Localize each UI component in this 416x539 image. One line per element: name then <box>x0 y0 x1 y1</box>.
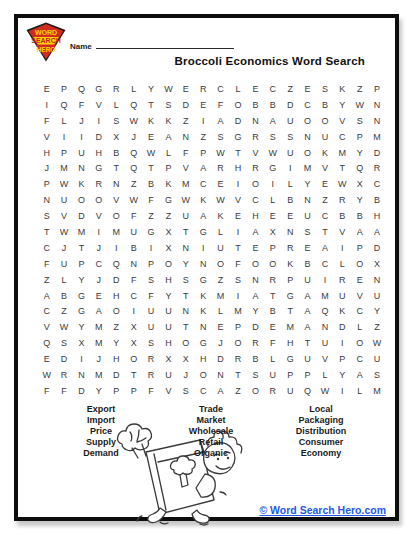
grid-cell-r2c13[interactable]: B <box>247 97 264 113</box>
grid-cell-r12c19[interactable]: O <box>351 256 368 272</box>
grid-cell-r3c15[interactable]: U <box>281 113 298 129</box>
grid-cell-r20c12[interactable]: Z <box>229 383 246 399</box>
grid-cell-r6c2[interactable]: M <box>55 160 72 176</box>
grid-cell-r5c19[interactable]: Y <box>351 145 368 161</box>
grid-cell-r4c1[interactable]: V <box>38 129 55 145</box>
grid-cell-r3c1[interactable]: F <box>38 113 55 129</box>
grid-cell-r12c2[interactable]: U <box>55 256 72 272</box>
grid-cell-r13c10[interactable]: G <box>195 272 212 288</box>
grid-cell-r19c3[interactable]: N <box>73 367 90 383</box>
grid-cell-r8c16[interactable]: N <box>299 192 316 208</box>
grid-cell-r12c7[interactable]: P <box>142 256 159 272</box>
grid-cell-r8c11[interactable]: W <box>212 192 229 208</box>
grid-cell-r16c5[interactable]: Z <box>108 319 125 335</box>
grid-cell-r1c14[interactable]: C <box>264 81 281 97</box>
grid-cell-r4c17[interactable]: U <box>316 129 333 145</box>
grid-cell-r7c2[interactable]: W <box>55 176 72 192</box>
grid-cell-r20c14[interactable]: R <box>264 383 281 399</box>
grid-cell-r17c10[interactable]: G <box>195 335 212 351</box>
grid-cell-r16c20[interactable]: Z <box>368 319 385 335</box>
grid-cell-r8c14[interactable]: L <box>264 192 281 208</box>
grid-cell-r14c10[interactable]: K <box>195 288 212 304</box>
grid-cell-r20c6[interactable]: P <box>125 383 142 399</box>
grid-cell-r10c12[interactable]: I <box>229 224 246 240</box>
grid-cell-r6c17[interactable]: V <box>316 160 333 176</box>
grid-cell-r18c4[interactable]: J <box>90 351 107 367</box>
grid-cell-r13c12[interactable]: S <box>229 272 246 288</box>
grid-cell-r20c13[interactable]: O <box>247 383 264 399</box>
grid-cell-r10c7[interactable]: G <box>142 224 159 240</box>
grid-cell-r12c10[interactable]: N <box>195 256 212 272</box>
grid-cell-r18c16[interactable]: U <box>299 351 316 367</box>
grid-cell-r17c19[interactable]: O <box>351 335 368 351</box>
grid-cell-r6c16[interactable]: M <box>299 160 316 176</box>
grid-cell-r10c20[interactable]: A <box>368 224 385 240</box>
grid-cell-r5c18[interactable]: M <box>334 145 351 161</box>
grid-cell-r13c15[interactable]: P <box>281 272 298 288</box>
grid-cell-r7c12[interactable]: I <box>229 176 246 192</box>
grid-cell-r7c19[interactable]: X <box>351 176 368 192</box>
grid-cell-r12c12[interactable]: F <box>229 256 246 272</box>
grid-cell-r19c2[interactable]: R <box>55 367 72 383</box>
grid-cell-r14c6[interactable]: C <box>125 288 142 304</box>
grid-cell-r3c13[interactable]: N <box>247 113 264 129</box>
grid-cell-r4c7[interactable]: E <box>142 129 159 145</box>
grid-cell-r6c13[interactable]: R <box>247 160 264 176</box>
grid-cell-r4c18[interactable]: C <box>334 129 351 145</box>
grid-cell-r6c11[interactable]: R <box>212 160 229 176</box>
grid-cell-r16c4[interactable]: M <box>90 319 107 335</box>
grid-cell-r4c6[interactable]: J <box>125 129 142 145</box>
grid-cell-r14c5[interactable]: H <box>108 288 125 304</box>
grid-cell-r5c20[interactable]: D <box>368 145 385 161</box>
grid-cell-r17c16[interactable]: T <box>299 335 316 351</box>
grid-cell-r13c19[interactable]: E <box>351 272 368 288</box>
grid-cell-r7c18[interactable]: W <box>334 176 351 192</box>
grid-cell-r5c8[interactable]: L <box>160 145 177 161</box>
grid-cell-r11c10[interactable]: I <box>195 240 212 256</box>
grid-cell-r13c2[interactable]: L <box>55 272 72 288</box>
grid-cell-r9c7[interactable]: Z <box>142 208 159 224</box>
grid-cell-r13c14[interactable]: R <box>264 272 281 288</box>
grid-cell-r1c15[interactable]: Z <box>281 81 298 97</box>
grid-cell-r14c4[interactable]: E <box>90 288 107 304</box>
grid-cell-r17c3[interactable]: X <box>73 335 90 351</box>
grid-cell-r1c20[interactable]: P <box>368 81 385 97</box>
grid-cell-r20c18[interactable]: I <box>334 383 351 399</box>
grid-cell-r11c11[interactable]: U <box>212 240 229 256</box>
grid-cell-r2c14[interactable]: B <box>264 97 281 113</box>
grid-cell-r12c1[interactable]: F <box>38 256 55 272</box>
grid-cell-r2c18[interactable]: Y <box>334 97 351 113</box>
grid-cell-r6c6[interactable]: Q <box>125 160 142 176</box>
grid-cell-r5c6[interactable]: Q <box>125 145 142 161</box>
grid-cell-r1c4[interactable]: G <box>90 81 107 97</box>
grid-cell-r2c16[interactable]: C <box>299 97 316 113</box>
grid-cell-r10c10[interactable]: G <box>195 224 212 240</box>
grid-cell-r11c1[interactable]: C <box>38 240 55 256</box>
grid-cell-r18c15[interactable]: G <box>281 351 298 367</box>
grid-cell-r6c8[interactable]: P <box>160 160 177 176</box>
grid-cell-r16c3[interactable]: Y <box>73 319 90 335</box>
grid-cell-r16c1[interactable]: V <box>38 319 55 335</box>
grid-cell-r9c16[interactable]: U <box>299 208 316 224</box>
grid-cell-r4c11[interactable]: S <box>212 129 229 145</box>
grid-cell-r16c2[interactable]: W <box>55 319 72 335</box>
grid-cell-r15c20[interactable]: Y <box>368 303 385 319</box>
grid-cell-r9c1[interactable]: S <box>38 208 55 224</box>
grid-cell-r20c1[interactable]: F <box>38 383 55 399</box>
grid-cell-r10c19[interactable]: A <box>351 224 368 240</box>
grid-cell-r17c2[interactable]: S <box>55 335 72 351</box>
grid-cell-r9c19[interactable]: B <box>351 208 368 224</box>
grid-cell-r6c10[interactable]: A <box>195 160 212 176</box>
grid-cell-r3c6[interactable]: W <box>125 113 142 129</box>
grid-cell-r10c5[interactable]: M <box>108 224 125 240</box>
grid-cell-r9c11[interactable]: K <box>212 208 229 224</box>
grid-cell-r15c13[interactable]: Y <box>247 303 264 319</box>
grid-cell-r10c18[interactable]: V <box>334 224 351 240</box>
grid-cell-r19c18[interactable]: Y <box>334 367 351 383</box>
grid-cell-r11c16[interactable]: E <box>299 240 316 256</box>
grid-cell-r1c19[interactable]: Z <box>351 81 368 97</box>
grid-cell-r9c8[interactable]: Z <box>160 208 177 224</box>
grid-cell-r11c15[interactable]: R <box>281 240 298 256</box>
grid-cell-r11c4[interactable]: J <box>90 240 107 256</box>
grid-cell-r1c12[interactable]: L <box>229 81 246 97</box>
grid-cell-r20c16[interactable]: Q <box>299 383 316 399</box>
grid-cell-r2c9[interactable]: D <box>177 97 194 113</box>
grid-cell-r1c5[interactable]: R <box>108 81 125 97</box>
grid-cell-r14c18[interactable]: U <box>334 288 351 304</box>
grid-cell-r5c12[interactable]: T <box>229 145 246 161</box>
grid-cell-r15c5[interactable]: O <box>108 303 125 319</box>
grid-cell-r19c19[interactable]: A <box>351 367 368 383</box>
grid-cell-r15c2[interactable]: Z <box>55 303 72 319</box>
grid-cell-r1c6[interactable]: L <box>125 81 142 97</box>
grid-cell-r8c19[interactable]: Y <box>351 192 368 208</box>
grid-cell-r5c7[interactable]: W <box>142 145 159 161</box>
grid-cell-r1c1[interactable]: E <box>38 81 55 97</box>
grid-cell-r7c10[interactable]: C <box>195 176 212 192</box>
grid-cell-r17c1[interactable]: Q <box>38 335 55 351</box>
grid-cell-r9c5[interactable]: O <box>108 208 125 224</box>
grid-cell-r19c17[interactable]: L <box>316 367 333 383</box>
grid-cell-r5c11[interactable]: W <box>212 145 229 161</box>
grid-cell-r11c20[interactable]: D <box>368 240 385 256</box>
grid-cell-r18c9[interactable]: X <box>177 351 194 367</box>
grid-cell-r16c6[interactable]: X <box>125 319 142 335</box>
grid-cell-r5c4[interactable]: H <box>90 145 107 161</box>
grid-cell-r12c16[interactable]: B <box>299 256 316 272</box>
grid-cell-r16c9[interactable]: T <box>177 319 194 335</box>
grid-cell-r8c1[interactable]: N <box>38 192 55 208</box>
grid-cell-r15c17[interactable]: Q <box>316 303 333 319</box>
grid-cell-r8c9[interactable]: W <box>177 192 194 208</box>
grid-cell-r15c19[interactable]: C <box>351 303 368 319</box>
grid-cell-r10c9[interactable]: T <box>177 224 194 240</box>
grid-cell-r3c20[interactable]: N <box>368 113 385 129</box>
grid-cell-r6c18[interactable]: T <box>334 160 351 176</box>
grid-cell-r18c12[interactable]: R <box>229 351 246 367</box>
grid-cell-r4c9[interactable]: N <box>177 129 194 145</box>
grid-cell-r2c1[interactable]: I <box>38 97 55 113</box>
grid-cell-r7c8[interactable]: K <box>160 176 177 192</box>
grid-cell-r18c20[interactable]: U <box>368 351 385 367</box>
grid-cell-r19c8[interactable]: U <box>160 367 177 383</box>
grid-cell-r4c16[interactable]: N <box>299 129 316 145</box>
grid-cell-r6c7[interactable]: T <box>142 160 159 176</box>
grid-cell-r5c13[interactable]: V <box>247 145 264 161</box>
grid-cell-r4c5[interactable]: X <box>108 129 125 145</box>
grid-cell-r5c1[interactable]: H <box>38 145 55 161</box>
grid-cell-r20c5[interactable]: P <box>108 383 125 399</box>
grid-cell-r9c10[interactable]: A <box>195 208 212 224</box>
grid-cell-r16c10[interactable]: N <box>195 319 212 335</box>
grid-cell-r15c7[interactable]: U <box>142 303 159 319</box>
grid-cell-r12c17[interactable]: C <box>316 256 333 272</box>
grid-cell-r10c3[interactable]: M <box>73 224 90 240</box>
grid-cell-r12c3[interactable]: P <box>73 256 90 272</box>
grid-cell-r11c13[interactable]: E <box>247 240 264 256</box>
grid-cell-r17c17[interactable]: U <box>316 335 333 351</box>
grid-cell-r10c13[interactable]: A <box>247 224 264 240</box>
grid-cell-r2c12[interactable]: O <box>229 97 246 113</box>
grid-cell-r10c2[interactable]: W <box>55 224 72 240</box>
grid-cell-r15c18[interactable]: K <box>334 303 351 319</box>
grid-cell-r19c10[interactable]: O <box>195 367 212 383</box>
grid-cell-r12c9[interactable]: Y <box>177 256 194 272</box>
grid-cell-r15c6[interactable]: I <box>125 303 142 319</box>
grid-cell-r14c14[interactable]: T <box>264 288 281 304</box>
grid-cell-r19c16[interactable]: P <box>299 367 316 383</box>
grid-cell-r13c1[interactable]: Z <box>38 272 55 288</box>
grid-cell-r10c15[interactable]: N <box>281 224 298 240</box>
grid-cell-r11c12[interactable]: T <box>229 240 246 256</box>
grid-cell-r15c3[interactable]: G <box>73 303 90 319</box>
grid-cell-r19c12[interactable]: T <box>229 367 246 383</box>
grid-cell-r20c15[interactable]: U <box>281 383 298 399</box>
grid-cell-r12c8[interactable]: O <box>160 256 177 272</box>
grid-cell-r14c12[interactable]: I <box>229 288 246 304</box>
grid-cell-r7c16[interactable]: Y <box>299 176 316 192</box>
grid-cell-r20c9[interactable]: S <box>177 383 194 399</box>
grid-cell-r17c8[interactable]: H <box>160 335 177 351</box>
grid-cell-r8c4[interactable]: O <box>90 192 107 208</box>
grid-cell-r2c8[interactable]: S <box>160 97 177 113</box>
grid-cell-r8c7[interactable]: F <box>142 192 159 208</box>
grid-cell-r14c8[interactable]: Y <box>160 288 177 304</box>
grid-cell-r6c15[interactable]: I <box>281 160 298 176</box>
grid-cell-r2c15[interactable]: D <box>281 97 298 113</box>
grid-cell-r2c19[interactable]: W <box>351 97 368 113</box>
grid-cell-r1c16[interactable]: E <box>299 81 316 97</box>
grid-cell-r15c16[interactable]: A <box>299 303 316 319</box>
grid-cell-r2c6[interactable]: Q <box>125 97 142 113</box>
grid-cell-r18c13[interactable]: B <box>247 351 264 367</box>
grid-cell-r16c14[interactable]: E <box>264 319 281 335</box>
name-input-line[interactable] <box>96 40 234 49</box>
grid-cell-r9c3[interactable]: D <box>73 208 90 224</box>
grid-cell-r12c18[interactable]: L <box>334 256 351 272</box>
grid-cell-r2c2[interactable]: Q <box>55 97 72 113</box>
grid-cell-r17c12[interactable]: O <box>229 335 246 351</box>
grid-cell-r10c4[interactable]: I <box>90 224 107 240</box>
grid-cell-r20c17[interactable]: W <box>316 383 333 399</box>
grid-cell-r2c5[interactable]: L <box>108 97 125 113</box>
grid-cell-r19c20[interactable]: S <box>368 367 385 383</box>
grid-cell-r4c19[interactable]: P <box>351 129 368 145</box>
grid-cell-r2c11[interactable]: F <box>212 97 229 113</box>
grid-cell-r1c2[interactable]: P <box>55 81 72 97</box>
grid-cell-r2c3[interactable]: F <box>73 97 90 113</box>
grid-cell-r11c9[interactable]: N <box>177 240 194 256</box>
grid-cell-r15c15[interactable]: T <box>281 303 298 319</box>
grid-cell-r3c2[interactable]: L <box>55 113 72 129</box>
grid-cell-r6c1[interactable]: J <box>38 160 55 176</box>
grid-cell-r4c10[interactable]: Z <box>195 129 212 145</box>
grid-cell-r7c3[interactable]: K <box>73 176 90 192</box>
grid-cell-r9c20[interactable]: H <box>368 208 385 224</box>
grid-cell-r2c17[interactable]: B <box>316 97 333 113</box>
grid-cell-r20c7[interactable]: F <box>142 383 159 399</box>
grid-cell-r17c4[interactable]: M <box>90 335 107 351</box>
grid-cell-r19c5[interactable]: D <box>108 367 125 383</box>
grid-cell-r13c6[interactable]: F <box>125 272 142 288</box>
grid-cell-r14c13[interactable]: A <box>247 288 264 304</box>
grid-cell-r13c11[interactable]: Z <box>212 272 229 288</box>
grid-cell-r12c4[interactable]: C <box>90 256 107 272</box>
grid-cell-r13c16[interactable]: U <box>299 272 316 288</box>
grid-cell-r20c19[interactable]: L <box>351 383 368 399</box>
grid-cell-r7c6[interactable]: Z <box>125 176 142 192</box>
grid-cell-r3c11[interactable]: A <box>212 113 229 129</box>
grid-cell-r8c13[interactable]: C <box>247 192 264 208</box>
grid-cell-r12c15[interactable]: K <box>281 256 298 272</box>
grid-cell-r19c13[interactable]: S <box>247 367 264 383</box>
grid-cell-r11c5[interactable]: I <box>108 240 125 256</box>
grid-cell-r18c1[interactable]: E <box>38 351 55 367</box>
grid-cell-r1c17[interactable]: S <box>316 81 333 97</box>
grid-cell-r3c18[interactable]: V <box>334 113 351 129</box>
grid-cell-r7c5[interactable]: N <box>108 176 125 192</box>
grid-cell-r3c16[interactable]: O <box>299 113 316 129</box>
grid-cell-r17c5[interactable]: Y <box>108 335 125 351</box>
grid-cell-r3c14[interactable]: A <box>264 113 281 129</box>
grid-cell-r3c10[interactable]: I <box>195 113 212 129</box>
grid-cell-r4c12[interactable]: G <box>229 129 246 145</box>
grid-cell-r1c3[interactable]: Q <box>73 81 90 97</box>
grid-cell-r15c1[interactable]: C <box>38 303 55 319</box>
grid-cell-r18c18[interactable]: P <box>334 351 351 367</box>
grid-cell-r20c4[interactable]: Y <box>90 383 107 399</box>
grid-cell-r17c6[interactable]: X <box>125 335 142 351</box>
grid-cell-r14c19[interactable]: V <box>351 288 368 304</box>
grid-cell-r8c10[interactable]: K <box>195 192 212 208</box>
grid-cell-r4c14[interactable]: S <box>264 129 281 145</box>
grid-cell-r13c7[interactable]: S <box>142 272 159 288</box>
grid-cell-r19c9[interactable]: J <box>177 367 194 383</box>
grid-cell-r8c15[interactable]: B <box>281 192 298 208</box>
grid-cell-r5c9[interactable]: F <box>177 145 194 161</box>
grid-cell-r14c1[interactable]: A <box>38 288 55 304</box>
grid-cell-r7c7[interactable]: B <box>142 176 159 192</box>
grid-cell-r14c3[interactable]: G <box>73 288 90 304</box>
grid-cell-r10c6[interactable]: U <box>125 224 142 240</box>
grid-cell-r1c10[interactable]: R <box>195 81 212 97</box>
grid-cell-r3c7[interactable]: K <box>142 113 159 129</box>
grid-cell-r13c4[interactable]: J <box>90 272 107 288</box>
grid-cell-r13c18[interactable]: R <box>334 272 351 288</box>
grid-cell-r18c8[interactable]: X <box>160 351 177 367</box>
grid-cell-r3c17[interactable]: O <box>316 113 333 129</box>
grid-cell-r20c3[interactable]: D <box>73 383 90 399</box>
grid-cell-r3c19[interactable]: S <box>351 113 368 129</box>
grid-cell-r19c4[interactable]: M <box>90 367 107 383</box>
grid-cell-r9c18[interactable]: B <box>334 208 351 224</box>
grid-cell-r18c10[interactable]: H <box>195 351 212 367</box>
grid-cell-r5c5[interactable]: B <box>108 145 125 161</box>
grid-cell-r11c6[interactable]: B <box>125 240 142 256</box>
grid-cell-r9c14[interactable]: E <box>264 208 281 224</box>
grid-cell-r13c13[interactable]: N <box>247 272 264 288</box>
grid-cell-r16c8[interactable]: U <box>160 319 177 335</box>
grid-cell-r13c9[interactable]: S <box>177 272 194 288</box>
grid-cell-r1c18[interactable]: K <box>334 81 351 97</box>
grid-cell-r5c17[interactable]: K <box>316 145 333 161</box>
grid-cell-r17c20[interactable]: W <box>368 335 385 351</box>
grid-cell-r15c9[interactable]: N <box>177 303 194 319</box>
grid-cell-r19c1[interactable]: W <box>38 367 55 383</box>
grid-cell-r5c10[interactable]: P <box>195 145 212 161</box>
grid-cell-r20c10[interactable]: C <box>195 383 212 399</box>
grid-cell-r1c7[interactable]: Y <box>142 81 159 97</box>
grid-cell-r8c12[interactable]: V <box>229 192 246 208</box>
grid-cell-r8c8[interactable]: G <box>160 192 177 208</box>
grid-cell-r7c9[interactable]: M <box>177 176 194 192</box>
grid-cell-r9c2[interactable]: V <box>55 208 72 224</box>
grid-cell-r16c13[interactable]: D <box>247 319 264 335</box>
grid-cell-r15c14[interactable]: B <box>264 303 281 319</box>
grid-cell-r9c4[interactable]: V <box>90 208 107 224</box>
grid-cell-r7c15[interactable]: L <box>281 176 298 192</box>
grid-cell-r9c9[interactable]: U <box>177 208 194 224</box>
grid-cell-r12c5[interactable]: Q <box>108 256 125 272</box>
grid-cell-r4c13[interactable]: R <box>247 129 264 145</box>
grid-cell-r12c14[interactable]: O <box>264 256 281 272</box>
grid-cell-r9c12[interactable]: E <box>229 208 246 224</box>
grid-cell-r4c3[interactable]: I <box>73 129 90 145</box>
grid-cell-r18c6[interactable]: O <box>125 351 142 367</box>
grid-cell-r3c8[interactable]: K <box>160 113 177 129</box>
grid-cell-r1c9[interactable]: E <box>177 81 194 97</box>
grid-cell-r6c5[interactable]: T <box>108 160 125 176</box>
grid-cell-r9c13[interactable]: H <box>247 208 264 224</box>
grid-cell-r10c14[interactable]: X <box>264 224 281 240</box>
grid-cell-r5c16[interactable]: O <box>299 145 316 161</box>
grid-cell-r18c17[interactable]: V <box>316 351 333 367</box>
grid-cell-r20c2[interactable]: F <box>55 383 72 399</box>
grid-cell-r8c3[interactable]: O <box>73 192 90 208</box>
grid-cell-r18c14[interactable]: L <box>264 351 281 367</box>
grid-cell-r16c18[interactable]: D <box>334 319 351 335</box>
grid-cell-r17c18[interactable]: I <box>334 335 351 351</box>
grid-cell-r7c20[interactable]: C <box>368 176 385 192</box>
grid-cell-r19c6[interactable]: T <box>125 367 142 383</box>
grid-cell-r10c1[interactable]: T <box>38 224 55 240</box>
grid-cell-r13c3[interactable]: Y <box>73 272 90 288</box>
grid-cell-r11c2[interactable]: J <box>55 240 72 256</box>
